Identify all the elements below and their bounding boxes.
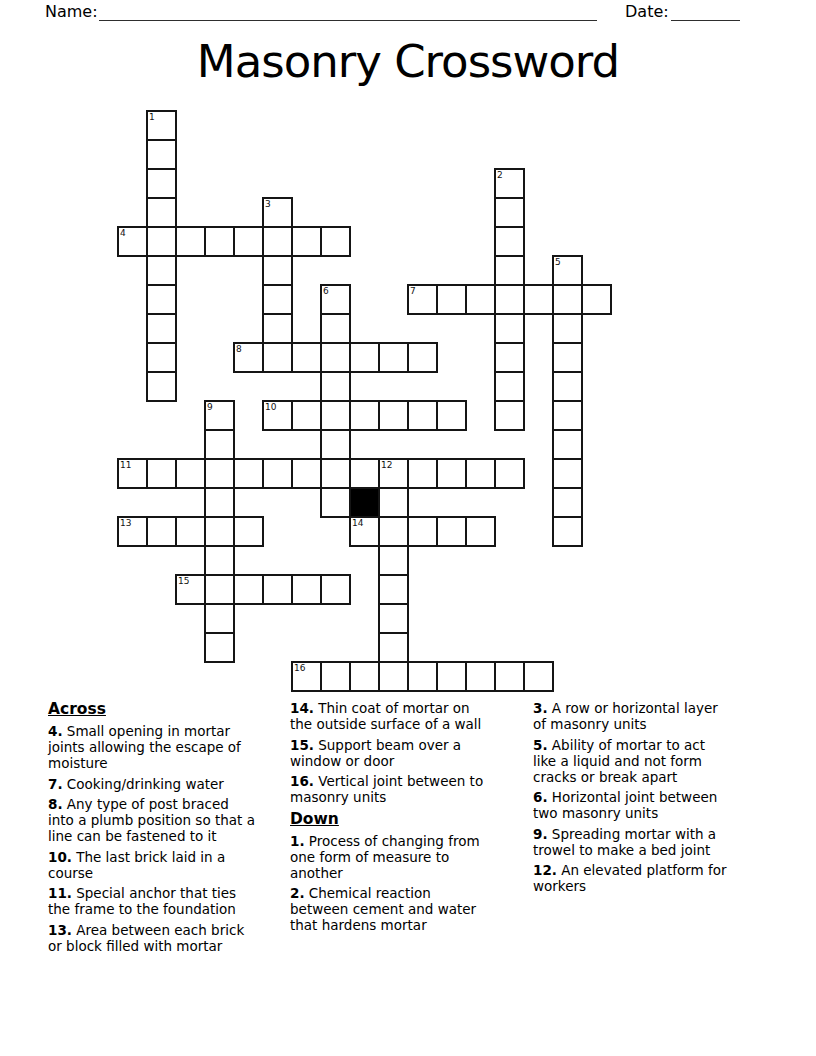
grid-cell[interactable]: 12 bbox=[378, 458, 409, 489]
black-cell bbox=[349, 487, 380, 518]
page-title: Masonry Crossword bbox=[0, 34, 816, 90]
cell-number: 11 bbox=[120, 461, 131, 471]
clue-1: 1. Process of changing from one form of … bbox=[290, 833, 537, 881]
grid-cell[interactable] bbox=[320, 458, 351, 489]
grid-cell[interactable] bbox=[436, 400, 467, 431]
grid-cell[interactable]: 14 bbox=[349, 516, 380, 547]
cell-number: 10 bbox=[265, 403, 276, 413]
clue-number: 1. bbox=[290, 833, 305, 849]
grid-cell[interactable] bbox=[407, 458, 438, 489]
clue-10: 10. The last brick laid in a course bbox=[48, 849, 288, 881]
clue-text: Vertical joint between to masonry units bbox=[290, 773, 483, 805]
cell-number: 6 bbox=[323, 287, 329, 297]
clue-number: 15. bbox=[290, 737, 314, 753]
grid-cell[interactable]: 11 bbox=[117, 458, 148, 489]
grid-cell[interactable]: 10 bbox=[262, 400, 293, 431]
grid-cell[interactable]: 16 bbox=[291, 661, 322, 692]
grid-cell[interactable] bbox=[320, 313, 351, 344]
clue-text: Thin coat of mortar on the outside surfa… bbox=[290, 700, 481, 732]
grid-cell[interactable] bbox=[436, 284, 467, 315]
clue-text: Spreading mortar with a trowel to make a… bbox=[533, 826, 716, 858]
grid-cell[interactable] bbox=[378, 400, 409, 431]
grid-cell[interactable] bbox=[465, 284, 496, 315]
grid-cell[interactable] bbox=[378, 603, 409, 634]
clue-text: Small opening in mortar joints allowing … bbox=[48, 723, 241, 771]
grid-cell[interactable] bbox=[262, 342, 293, 373]
cell-number: 3 bbox=[265, 200, 271, 210]
cell-number: 12 bbox=[381, 461, 392, 471]
crossword-grid: 12345678910111213141516 bbox=[117, 110, 612, 692]
clue-column-1: Across4. Small opening in mortar joints … bbox=[48, 700, 288, 958]
grid-cell[interactable] bbox=[494, 458, 525, 489]
clue-number: 2. bbox=[290, 885, 305, 901]
grid-cell[interactable]: 7 bbox=[407, 284, 438, 315]
grid-cell[interactable] bbox=[552, 342, 583, 373]
clue-number: 13. bbox=[48, 922, 72, 938]
cell-number: 14 bbox=[352, 519, 363, 529]
grid-cell[interactable] bbox=[407, 342, 438, 373]
grid-cell[interactable] bbox=[320, 661, 351, 692]
grid-cell[interactable] bbox=[146, 226, 177, 257]
grid-cell[interactable] bbox=[378, 632, 409, 663]
grid-cell[interactable] bbox=[494, 400, 525, 431]
clue-text: The last brick laid in a course bbox=[48, 849, 225, 881]
grid-cell[interactable] bbox=[175, 458, 206, 489]
grid-cell[interactable] bbox=[349, 458, 380, 489]
grid-cell[interactable]: 3 bbox=[262, 197, 293, 228]
clue-text: A row or horizontal layer of masonry uni… bbox=[533, 700, 718, 732]
grid-cell[interactable] bbox=[378, 661, 409, 692]
grid-cell[interactable] bbox=[465, 661, 496, 692]
clue-text: Process of changing from one form of mea… bbox=[290, 833, 480, 881]
grid-cell[interactable] bbox=[262, 284, 293, 315]
grid-cell[interactable] bbox=[465, 516, 496, 547]
grid-cell[interactable] bbox=[494, 661, 525, 692]
grid-cell[interactable] bbox=[378, 342, 409, 373]
grid-cell[interactable] bbox=[320, 574, 351, 605]
grid-cell[interactable] bbox=[146, 197, 177, 228]
grid-cell[interactable] bbox=[552, 429, 583, 460]
clue-6: 6. Horizontal joint between two masonry … bbox=[533, 789, 785, 821]
clue-number: 12. bbox=[533, 862, 557, 878]
grid-cell[interactable]: 6 bbox=[320, 284, 351, 315]
clue-column-2: 14. Thin coat of mortar on the outside s… bbox=[290, 700, 537, 938]
grid-cell[interactable] bbox=[146, 458, 177, 489]
cell-number: 8 bbox=[236, 345, 242, 355]
grid-cell[interactable] bbox=[552, 371, 583, 402]
grid-cell[interactable] bbox=[204, 487, 235, 518]
clue-number: 7. bbox=[48, 776, 63, 792]
grid-cell[interactable] bbox=[146, 168, 177, 199]
date-input-line[interactable] bbox=[671, 3, 740, 21]
grid-cell[interactable]: 4 bbox=[117, 226, 148, 257]
grid-cell[interactable] bbox=[262, 313, 293, 344]
grid-cell[interactable] bbox=[465, 458, 496, 489]
grid-cell[interactable] bbox=[552, 284, 583, 315]
clue-16: 16. Vertical joint between to masonry un… bbox=[290, 773, 537, 805]
name-label: Name: bbox=[45, 2, 98, 22]
grid-cell[interactable] bbox=[494, 342, 525, 373]
grid-cell[interactable] bbox=[204, 574, 235, 605]
grid-cell[interactable] bbox=[204, 632, 235, 663]
grid-cell[interactable] bbox=[291, 226, 322, 257]
grid-cell[interactable] bbox=[262, 574, 293, 605]
grid-cell[interactable] bbox=[291, 574, 322, 605]
grid-cell[interactable] bbox=[204, 516, 235, 547]
grid-cell[interactable] bbox=[349, 342, 380, 373]
clue-11: 11. Special anchor that ties the frame t… bbox=[48, 885, 288, 917]
clue-13: 13. Area between each brick or block fil… bbox=[48, 922, 288, 954]
clue-text: Ability of mortar to act like a liquid a… bbox=[533, 737, 705, 785]
clue-number: 16. bbox=[290, 773, 314, 789]
clue-7: 7. Cooking/drinking water bbox=[48, 776, 288, 792]
grid-cell[interactable] bbox=[204, 429, 235, 460]
grid-cell[interactable] bbox=[436, 516, 467, 547]
cell-number: 4 bbox=[120, 229, 126, 239]
clue-text: Special anchor that ties the frame to th… bbox=[48, 885, 236, 917]
grid-cell[interactable] bbox=[146, 342, 177, 373]
grid-cell[interactable] bbox=[407, 400, 438, 431]
grid-cell[interactable] bbox=[320, 429, 351, 460]
clue-number: 5. bbox=[533, 737, 548, 753]
cell-number: 5 bbox=[555, 258, 561, 268]
grid-cell[interactable] bbox=[175, 226, 206, 257]
cell-number: 7 bbox=[410, 287, 416, 297]
grid-cell[interactable] bbox=[320, 226, 351, 257]
grid-cell[interactable] bbox=[146, 313, 177, 344]
grid-cell[interactable] bbox=[552, 400, 583, 431]
grid-cell[interactable] bbox=[378, 545, 409, 576]
grid-cell[interactable] bbox=[523, 661, 554, 692]
clue-2: 2. Chemical reaction between cement and … bbox=[290, 885, 537, 933]
cell-number: 1 bbox=[149, 113, 155, 123]
cell-number: 16 bbox=[294, 664, 305, 674]
grid-cell[interactable] bbox=[233, 516, 264, 547]
clue-number: 3. bbox=[533, 700, 548, 716]
grid-cell[interactable]: 2 bbox=[494, 168, 525, 199]
grid-cell[interactable] bbox=[378, 487, 409, 518]
clue-number: 11. bbox=[48, 885, 72, 901]
grid-cell[interactable] bbox=[146, 255, 177, 286]
clue-text: Area between each brick or block filled … bbox=[48, 922, 244, 954]
grid-cell[interactable] bbox=[494, 371, 525, 402]
cell-number: 13 bbox=[120, 519, 131, 529]
grid-cell[interactable] bbox=[523, 284, 554, 315]
date-label: Date: bbox=[625, 2, 669, 22]
clue-12: 12. An elevated platform for workers bbox=[533, 862, 785, 894]
grid-cell[interactable] bbox=[378, 574, 409, 605]
grid-cell[interactable]: 13 bbox=[117, 516, 148, 547]
grid-cell[interactable] bbox=[291, 400, 322, 431]
grid-cell[interactable] bbox=[552, 458, 583, 489]
grid-cell[interactable] bbox=[494, 255, 525, 286]
clue-number: 14. bbox=[290, 700, 314, 716]
grid-cell[interactable] bbox=[175, 516, 206, 547]
across-heading: Across bbox=[48, 700, 288, 718]
grid-cell[interactable] bbox=[581, 284, 612, 315]
grid-cell[interactable] bbox=[262, 458, 293, 489]
grid-cell[interactable] bbox=[494, 313, 525, 344]
clue-number: 6. bbox=[533, 789, 548, 805]
cell-number: 15 bbox=[178, 577, 189, 587]
grid-cell[interactable] bbox=[204, 603, 235, 634]
grid-cell[interactable] bbox=[146, 516, 177, 547]
grid-cell[interactable] bbox=[291, 458, 322, 489]
grid-cell[interactable] bbox=[436, 458, 467, 489]
grid-cell[interactable]: 15 bbox=[175, 574, 206, 605]
cell-number: 9 bbox=[207, 403, 213, 413]
grid-cell[interactable]: 9 bbox=[204, 400, 235, 431]
clue-text: Cooking/drinking water bbox=[67, 776, 224, 792]
grid-cell[interactable] bbox=[436, 661, 467, 692]
grid-cell[interactable] bbox=[233, 574, 264, 605]
grid-cell[interactable] bbox=[552, 487, 583, 518]
clue-4: 4. Small opening in mortar joints allowi… bbox=[48, 723, 288, 771]
grid-cell[interactable]: 5 bbox=[552, 255, 583, 286]
grid-cell[interactable] bbox=[204, 458, 235, 489]
grid-cell[interactable] bbox=[349, 400, 380, 431]
clue-text: An elevated platform for workers bbox=[533, 862, 727, 894]
grid-cell[interactable] bbox=[233, 458, 264, 489]
clue-14: 14. Thin coat of mortar on the outside s… bbox=[290, 700, 537, 732]
grid-cell[interactable] bbox=[552, 313, 583, 344]
grid-cell[interactable] bbox=[320, 371, 351, 402]
clue-3: 3. A row or horizontal layer of masonry … bbox=[533, 700, 785, 732]
cell-number: 2 bbox=[497, 171, 503, 181]
grid-cell[interactable] bbox=[146, 371, 177, 402]
clue-text: Any type of post braced into a plumb pos… bbox=[48, 796, 255, 844]
grid-cell[interactable]: 1 bbox=[146, 110, 177, 141]
clue-text: Chemical reaction between cement and wat… bbox=[290, 885, 476, 933]
clue-number: 10. bbox=[48, 849, 72, 865]
grid-cell[interactable] bbox=[407, 661, 438, 692]
grid-cell[interactable] bbox=[233, 226, 264, 257]
down-heading: Down bbox=[290, 810, 537, 828]
grid-cell[interactable] bbox=[320, 487, 351, 518]
clue-number: 4. bbox=[48, 723, 63, 739]
grid-cell[interactable] bbox=[494, 197, 525, 228]
grid-cell[interactable] bbox=[146, 139, 177, 170]
grid-cell[interactable] bbox=[494, 284, 525, 315]
grid-cell[interactable] bbox=[320, 342, 351, 373]
clue-column-3: 3. A row or horizontal layer of masonry … bbox=[533, 700, 785, 899]
grid-cell[interactable] bbox=[349, 661, 380, 692]
grid-cell[interactable] bbox=[320, 400, 351, 431]
grid-cell[interactable] bbox=[262, 255, 293, 286]
grid-cell[interactable] bbox=[204, 226, 235, 257]
clue-text: Horizontal joint between two masonry uni… bbox=[533, 789, 717, 821]
grid-cell[interactable] bbox=[146, 284, 177, 315]
grid-cell[interactable] bbox=[291, 342, 322, 373]
grid-cell[interactable] bbox=[378, 516, 409, 547]
clue-15: 15. Support beam over a window or door bbox=[290, 737, 537, 769]
grid-cell[interactable] bbox=[262, 226, 293, 257]
name-input-line[interactable] bbox=[99, 3, 597, 21]
grid-cell[interactable] bbox=[494, 226, 525, 257]
clue-text: Support beam over a window or door bbox=[290, 737, 461, 769]
grid-cell[interactable]: 8 bbox=[233, 342, 264, 373]
grid-cell[interactable] bbox=[407, 516, 438, 547]
grid-cell[interactable] bbox=[552, 516, 583, 547]
clue-number: 9. bbox=[533, 826, 548, 842]
clue-number: 8. bbox=[48, 796, 63, 812]
clue-9: 9. Spreading mortar with a trowel to mak… bbox=[533, 826, 785, 858]
clue-5: 5. Ability of mortar to act like a liqui… bbox=[533, 737, 785, 785]
clue-8: 8. Any type of post braced into a plumb … bbox=[48, 796, 288, 844]
grid-cell[interactable] bbox=[204, 545, 235, 576]
